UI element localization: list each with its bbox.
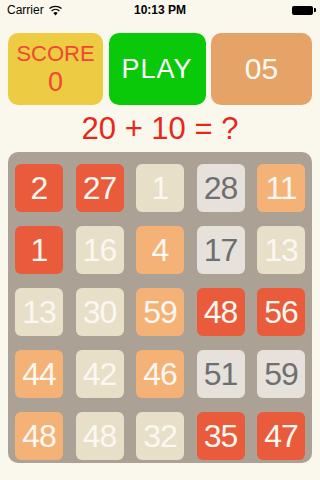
tile[interactable]: 44: [15, 350, 63, 398]
tile[interactable]: 2: [15, 164, 63, 212]
tile[interactable]: 13: [15, 288, 63, 336]
tile[interactable]: 56: [257, 288, 305, 336]
top-button-row: SCORE 0 PLAY 05: [8, 33, 312, 105]
score-value: 0: [48, 67, 63, 97]
tile[interactable]: 32: [136, 412, 184, 460]
tile[interactable]: 46: [136, 350, 184, 398]
tile[interactable]: 51: [197, 350, 245, 398]
tile[interactable]: 13: [257, 226, 305, 274]
score-button[interactable]: SCORE 0: [8, 33, 103, 105]
score-label: SCORE: [16, 41, 94, 67]
tile[interactable]: 27: [76, 164, 124, 212]
tile[interactable]: 1: [136, 164, 184, 212]
tile[interactable]: 48: [15, 412, 63, 460]
tile[interactable]: 47: [257, 412, 305, 460]
board: 2271281111641713133059485644424651594848…: [8, 152, 312, 463]
status-bar: Carrier 10:13 PM: [0, 0, 320, 20]
equation-text: 20 + 10 = ?: [0, 105, 320, 152]
tile[interactable]: 17: [197, 226, 245, 274]
play-button[interactable]: PLAY: [109, 33, 206, 105]
timer-value: 05: [245, 52, 278, 86]
wifi-icon: [48, 5, 63, 16]
tile[interactable]: 1: [15, 226, 63, 274]
tile[interactable]: 42: [76, 350, 124, 398]
tile[interactable]: 30: [76, 288, 124, 336]
tile[interactable]: 4: [136, 226, 184, 274]
tile[interactable]: 11: [257, 164, 305, 212]
clock: 10:13 PM: [134, 3, 186, 17]
play-label: PLAY: [121, 54, 192, 85]
tile[interactable]: 35: [197, 412, 245, 460]
tile[interactable]: 16: [76, 226, 124, 274]
timer-button[interactable]: 05: [211, 33, 312, 105]
tile[interactable]: 48: [197, 288, 245, 336]
tile[interactable]: 59: [257, 350, 305, 398]
carrier-label: Carrier: [7, 3, 44, 17]
tile[interactable]: 48: [76, 412, 124, 460]
tile[interactable]: 59: [136, 288, 184, 336]
tile[interactable]: 28: [197, 164, 245, 212]
battery-icon: [292, 6, 313, 15]
